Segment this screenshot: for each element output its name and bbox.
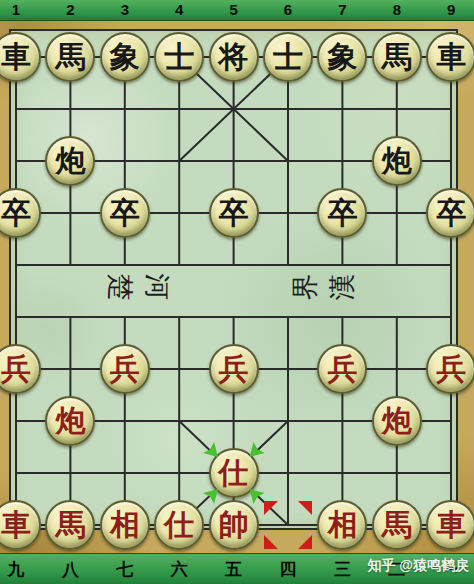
file-label-bottom-7: 三 (334, 560, 351, 580)
piece-red-chariot[interactable]: 車 (426, 500, 474, 550)
piece-red-soldier[interactable]: 兵 (426, 344, 474, 394)
piece-black-advisor[interactable]: 士 (154, 32, 204, 82)
piece-black-elephant[interactable]: 象 (100, 32, 150, 82)
piece-black-soldier[interactable]: 卒 (209, 188, 259, 238)
piece-black-soldier[interactable]: 卒 (100, 188, 150, 238)
river-label-han-jie: 界漢 (291, 269, 355, 305)
piece-black-general[interactable]: 将 (209, 32, 259, 82)
file-label-top-7: 7 (338, 1, 346, 19)
river-character: 河 (139, 274, 175, 301)
river-label-chu-he: 楚河 (106, 269, 170, 305)
xiangqi-screenshot: 123456789 楚河 界漢 九八七六五四三二一 知乎 @猿鸣鹤戾 車馬象士将… (0, 0, 474, 584)
file-label-top-1: 1 (12, 1, 20, 19)
piece-red-horse[interactable]: 馬 (372, 500, 422, 550)
piece-red-advisor[interactable]: 仕 (154, 500, 204, 550)
file-label-bottom-1: 九 (8, 560, 25, 580)
file-label-top-3: 3 (121, 1, 129, 19)
river-character: 界 (287, 274, 323, 301)
piece-black-advisor[interactable]: 士 (263, 32, 313, 82)
file-label-top-5: 5 (229, 1, 237, 19)
file-label-top-4: 4 (175, 1, 183, 19)
file-label-top-2: 2 (66, 1, 74, 19)
piece-red-elephant[interactable]: 相 (100, 500, 150, 550)
piece-red-general[interactable]: 帥 (209, 500, 259, 550)
piece-red-soldier[interactable]: 兵 (100, 344, 150, 394)
river-character: 漢 (324, 274, 360, 301)
river-character: 楚 (102, 274, 138, 301)
file-label-bottom-3: 七 (116, 560, 133, 580)
piece-red-cannon[interactable]: 炮 (372, 396, 422, 446)
file-label-bottom-4: 六 (171, 560, 188, 580)
top-coordinate-strip: 123456789 (0, 0, 474, 21)
file-label-top-9: 9 (447, 1, 455, 19)
file-label-top-6: 6 (284, 1, 292, 19)
piece-black-cannon[interactable]: 炮 (372, 136, 422, 186)
piece-black-soldier[interactable]: 卒 (426, 188, 474, 238)
file-label-bottom-2: 八 (62, 560, 79, 580)
piece-black-chariot[interactable]: 車 (426, 32, 474, 82)
piece-red-soldier[interactable]: 兵 (209, 344, 259, 394)
file-label-top-8: 8 (393, 1, 401, 19)
file-label-bottom-5: 五 (225, 560, 242, 580)
file-label-bottom-6: 四 (280, 560, 297, 580)
piece-black-horse[interactable]: 馬 (372, 32, 422, 82)
watermark: 知乎 @猿鸣鹤戾 (367, 557, 469, 575)
